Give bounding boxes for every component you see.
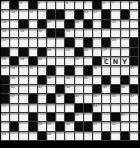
crossword-cell[interactable]: N [111,57,120,66]
crossword-cell[interactable] [10,48,19,57]
crossword-cell[interactable]: 3 [38,1,47,10]
crossword-cell[interactable] [102,94,111,103]
crossword-cell[interactable]: 41 [84,76,93,85]
crossword-cell[interactable]: 48 [56,94,65,103]
clue-number: 39 [47,76,51,79]
block-cell [47,94,56,103]
clue-number: 4 [66,1,68,4]
crossword-cell[interactable] [111,10,120,19]
block-cell [1,85,10,94]
crossword-cell[interactable]: 17 [111,20,120,29]
crossword-cell[interactable]: 44 [65,85,74,94]
clue-number: 40 [66,76,70,79]
clue-number: 30 [38,57,42,60]
crossword-cell[interactable] [19,76,28,85]
crossword-cell[interactable] [56,66,65,75]
clue-number: 1 [2,1,4,4]
crossword-cell[interactable] [65,57,74,66]
crossword-cell[interactable] [75,132,84,141]
crossword-cell[interactable] [130,104,139,113]
clue-number: 3 [38,1,40,4]
crossword-cell[interactable] [56,57,65,66]
clue-number: 36 [93,66,97,69]
block-cell [75,10,84,19]
crossword-cell[interactable] [19,85,28,94]
clue-number: 63 [2,132,6,135]
crossword-cell[interactable]: 10 [10,10,19,19]
crossword-cell[interactable]: 21 [65,29,74,38]
crossword-cell[interactable] [29,76,38,85]
crossword-cell[interactable] [121,66,130,75]
block-cell [121,10,130,19]
crossword-cell[interactable]: 54 [93,104,102,113]
crossword-cell[interactable] [29,20,38,29]
crossword-cell[interactable] [84,57,93,66]
clue-number: 52 [130,94,134,97]
block-cell [29,113,38,122]
crossword-cell[interactable]: 63 [1,132,10,141]
crossword-cell[interactable] [93,76,102,85]
clue-number: 19 [20,29,24,32]
crossword-cell[interactable]: 7 [111,1,120,10]
clue-number: 62 [112,122,116,125]
filled-letter: Y [121,57,129,65]
crossword-cell[interactable] [75,76,84,85]
crossword-cell[interactable] [29,85,38,94]
crossword-cell[interactable]: 51 [111,94,120,103]
crossword-cell[interactable] [111,48,120,57]
block-cell [84,20,93,29]
clue-number: 18 [2,29,6,32]
clue-number: 44 [66,85,70,88]
crossword-cell[interactable] [29,38,38,47]
clue-number: 33 [2,66,6,69]
crossword-cell[interactable] [19,132,28,141]
crossword-cell[interactable] [47,1,56,10]
block-cell [38,132,47,141]
block-cell [102,132,111,141]
crossword-cell[interactable] [10,132,19,141]
clue-number: 25 [66,48,70,51]
crossword-cell[interactable] [111,104,120,113]
crossword-cell[interactable] [84,29,93,38]
crossword-cell[interactable] [93,29,102,38]
crossword-cell[interactable] [19,38,28,47]
clue-number: 12 [84,10,88,13]
clue-number: 60 [66,122,70,125]
crossword-cell[interactable] [121,1,130,10]
clue-number: 24 [47,48,51,51]
crossword-cell[interactable]: 64 [47,132,56,141]
block-cell [29,94,38,103]
crossword-cell[interactable] [19,66,28,75]
crossword-cell[interactable] [29,29,38,38]
crossword-cell[interactable]: 49 [75,94,84,103]
crossword-cell[interactable] [102,66,111,75]
clue-number: 48 [57,94,61,97]
crossword-cell[interactable] [56,113,65,122]
crossword-cell[interactable] [56,104,65,113]
crossword-cell[interactable] [38,10,47,19]
crossword-cell[interactable]: 60 [65,122,74,131]
crossword-cell[interactable] [130,113,139,122]
clue-number: 13 [93,10,97,13]
crossword-cell[interactable] [130,76,139,85]
clue-number: 53 [2,104,6,107]
crossword-cell[interactable] [47,57,56,66]
crossword-cell[interactable]: 22 [1,38,10,47]
clue-number: 29 [20,57,24,60]
crossword-cell[interactable]: 25 [65,48,74,57]
crossword-cell[interactable] [130,10,139,19]
block-cell [65,66,74,75]
crossword-cell[interactable] [65,132,74,141]
block-cell [1,76,10,85]
crossword-cell[interactable]: 61 [93,122,102,131]
crossword-cell[interactable] [84,85,93,94]
crossword-cell[interactable]: 45 [102,85,111,94]
crossword-cell[interactable] [47,85,56,94]
crossword-cell[interactable]: 32C [102,57,111,66]
block-cell [130,48,139,57]
crossword-cell[interactable] [56,132,65,141]
clue-number: 59 [47,122,51,125]
clue-number: 9 [2,10,4,13]
crossword-cell[interactable]: 57 [121,113,130,122]
clue-number: 58 [38,122,42,125]
clue-number: 26 [84,48,88,51]
crossword-cell[interactable] [84,113,93,122]
crossword-cell[interactable]: 24 [47,48,56,57]
clue-number: 20 [38,29,42,32]
crossword-cell[interactable] [56,20,65,29]
crossword-cell[interactable] [10,38,19,47]
crossword-cell[interactable] [111,132,120,141]
block-cell [47,66,56,75]
crossword-cell[interactable] [56,38,65,47]
crossword-cell[interactable] [19,94,28,103]
clue-number: 5 [84,1,86,4]
clue-number: 34 [11,66,15,69]
clue-number: 41 [84,76,88,79]
crossword-cell[interactable]: 29 [19,57,28,66]
crossword-cell[interactable]: 2 [19,1,28,10]
crossword-cell[interactable] [93,132,102,141]
crossword-cell[interactable] [29,132,38,141]
clue-number: 8 [130,1,132,4]
crossword-cell[interactable]: 47 [10,94,19,103]
clue-number: 45 [103,85,107,88]
crossword-cell[interactable] [121,94,130,103]
crossword-cell[interactable]: 11 [29,10,38,19]
crossword-cell[interactable] [65,10,74,19]
crossword-cell[interactable] [10,113,19,122]
clue-number: 43 [38,85,42,88]
crossword-cell[interactable] [121,122,130,131]
block-cell [130,38,139,47]
clue-number: 22 [2,38,6,41]
crossword-cell[interactable]: 9 [1,10,10,19]
crossword-cell[interactable] [93,38,102,47]
crossword-cell[interactable]: 50 [93,94,102,103]
crossword-cell[interactable] [121,20,130,29]
crossword-cell[interactable]: 46 [121,85,130,94]
crossword-cell[interactable]: 26 [84,48,93,57]
crossword-cell[interactable]: 31 [75,57,84,66]
crossword-cell[interactable]: Y [121,57,130,66]
clue-number: 31 [75,57,79,60]
filled-letter: N [111,57,119,65]
crossword-cell[interactable] [102,113,111,122]
crossword-cell[interactable] [93,48,102,57]
crossword-cell[interactable] [65,104,74,113]
crossword-cell[interactable]: 12 [84,10,93,19]
block-cell [84,104,93,113]
crossword-cell[interactable] [38,94,47,103]
crossword-cell[interactable]: 55 [1,113,10,122]
block-cell [47,29,56,38]
block-cell [56,29,65,38]
crossword-cell[interactable] [130,122,139,131]
crossword-cell[interactable]: 20 [38,29,47,38]
crossword-cell[interactable] [121,48,130,57]
clue-number: 35 [29,66,33,69]
block-cell [121,132,130,141]
crossword-cell[interactable]: 36 [93,66,102,75]
crossword-cell[interactable] [93,20,102,29]
crossword-cell[interactable] [56,1,65,10]
crossword-cell[interactable] [56,48,65,57]
crossword-cell[interactable]: 15 [47,20,56,29]
block-cell [1,94,10,103]
block-cell [56,122,65,131]
crossword-cell[interactable] [38,104,47,113]
block-cell [56,10,65,19]
crossword-cell[interactable]: 56 [75,113,84,122]
block-cell [102,20,111,29]
crossword-board: 1234567891011121314151617181920212223242… [0,0,140,148]
crossword-cell[interactable]: 59 [47,122,56,131]
crossword-cell[interactable] [38,66,47,75]
crossword-cell[interactable]: 33 [1,66,10,75]
crossword-cell[interactable] [19,10,28,19]
crossword-cell[interactable] [111,76,120,85]
clue-number: 54 [93,104,97,107]
block-cell [102,10,111,19]
clue-number: 16 [75,20,79,23]
block-cell [65,94,74,103]
crossword-cell[interactable]: 8 [130,1,139,10]
crossword-cell[interactable] [130,20,139,29]
clue-number: 21 [66,29,70,32]
clue-number: 14 [2,20,6,23]
crossword-cell[interactable] [84,132,93,141]
clue-number: 27 [103,48,107,51]
block-cell [10,122,19,131]
crossword-cell[interactable] [29,48,38,57]
crossword-cell[interactable] [102,104,111,113]
crossword-cell[interactable] [75,66,84,75]
crossword-cell[interactable]: 35 [29,66,38,75]
crossword-cell[interactable] [102,122,111,131]
clue-number: 37 [130,66,134,69]
clue-number: 57 [121,113,125,116]
clue-number: 6 [103,1,105,4]
crossword-cell[interactable] [47,38,56,47]
clue-number: 56 [75,113,79,116]
block-cell [84,66,93,75]
crossword-cell[interactable] [38,38,47,47]
crossword-cell[interactable] [111,66,120,75]
crossword-grid: 1234567891011121314151617181920212223242… [1,1,139,141]
crossword-cell[interactable] [19,104,28,113]
crossword-cell[interactable]: 13 [93,10,102,19]
crossword-cell[interactable]: 30 [38,57,47,66]
crossword-cell[interactable]: 58 [38,122,47,131]
clue-number: 61 [93,122,97,125]
clue-number: 47 [11,94,15,97]
block-cell [29,122,38,131]
crossword-cell[interactable]: 52 [130,94,139,103]
clue-number: 28 [2,57,6,60]
crossword-cell[interactable] [121,29,130,38]
clue-number: 51 [112,94,116,97]
crossword-cell[interactable] [10,20,19,29]
clue-number: 42 [11,85,15,88]
block-cell [75,122,84,131]
block-cell [65,38,74,47]
clue-number: 23 [112,38,116,41]
crossword-cell[interactable] [10,104,19,113]
clue-number: 15 [47,20,51,23]
clue-number: 2 [20,1,22,4]
clue-number: 46 [121,85,125,88]
crossword-cell[interactable] [19,113,28,122]
clue-number: 38 [11,76,15,79]
crossword-cell[interactable] [47,104,56,113]
crossword-cell[interactable] [102,29,111,38]
crossword-cell[interactable] [75,29,84,38]
crossword-cell[interactable]: 37 [130,66,139,75]
clue-number: 50 [93,94,97,97]
filled-letter: C [102,57,110,65]
crossword-cell[interactable]: 23 [111,38,120,47]
crossword-cell[interactable] [56,76,65,85]
crossword-cell[interactable] [130,29,139,38]
clue-number: 55 [2,113,6,116]
crossword-cell[interactable]: 43 [38,85,47,94]
crossword-cell[interactable]: 16 [75,20,84,29]
crossword-cell[interactable]: 62 [111,122,120,131]
crossword-cell[interactable] [121,38,130,47]
block-cell [84,38,93,47]
crossword-cell[interactable] [10,29,19,38]
crossword-cell[interactable] [75,38,84,47]
crossword-cell[interactable]: 19 [19,29,28,38]
clue-number: 7 [112,1,114,4]
crossword-cell[interactable] [84,94,93,103]
clue-number: 10 [11,10,15,13]
crossword-cell[interactable]: 39 [47,76,56,85]
block-cell [102,38,111,47]
crossword-cell[interactable]: 34 [10,66,19,75]
clue-number: 64 [47,132,51,135]
crossword-cell[interactable] [130,132,139,141]
crossword-cell[interactable] [29,104,38,113]
clue-number: 17 [112,20,116,23]
crossword-cell[interactable] [1,122,10,131]
block-cell [47,10,56,19]
crossword-cell[interactable]: 6 [102,1,111,10]
crossword-cell[interactable]: 4 [65,1,74,10]
block-cell [84,122,93,131]
clue-number: 49 [75,94,79,97]
crossword-cell[interactable] [19,122,28,131]
clue-number: 11 [29,10,33,13]
crossword-cell[interactable] [75,1,84,10]
